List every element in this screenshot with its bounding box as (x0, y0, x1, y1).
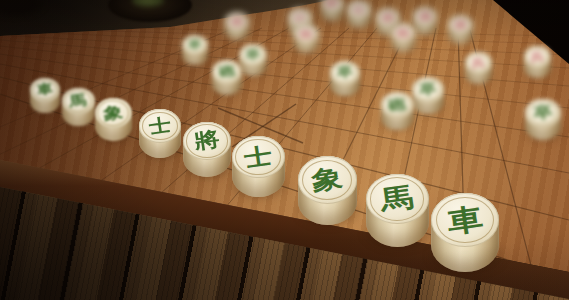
piece-green-soldier-3[interactable]: 卒 (330, 61, 360, 96)
red-character-glyph: 俥 (453, 19, 467, 31)
red-character-glyph: 相 (230, 16, 244, 28)
green-character-glyph: 卒 (336, 66, 353, 81)
piece-green-elephant-left[interactable]: 象 (95, 98, 132, 141)
green-character-glyph: 車 (36, 83, 53, 98)
piece-red-chariot-right[interactable]: 俥 (448, 15, 473, 44)
piece-green-horse-left[interactable]: 馬 (62, 88, 95, 126)
green-character-glyph: 士 (148, 116, 172, 137)
red-character-glyph: 炮 (299, 28, 313, 40)
green-character-glyph: 卒 (533, 104, 554, 122)
piece-green-general[interactable]: 將 (183, 122, 231, 178)
green-character-glyph: 將 (193, 129, 221, 153)
green-character-glyph: 馬 (379, 183, 415, 214)
green-character-glyph: 砲 (218, 65, 235, 80)
green-character-glyph: 砲 (388, 97, 407, 113)
piece-green-advisor-left[interactable]: 士 (139, 109, 181, 158)
green-character-glyph: 馬 (69, 93, 88, 109)
red-character-glyph: 傌 (418, 11, 432, 23)
green-character-glyph: 象 (102, 104, 123, 122)
piece-green-chariot-right[interactable]: 車 (431, 193, 499, 272)
piece-red-cannon-right[interactable]: 炮 (391, 23, 416, 52)
green-character-glyph: 卒 (245, 48, 261, 62)
piece-green-cannon-left[interactable]: 砲 (212, 60, 242, 95)
red-character-glyph: 炮 (396, 27, 410, 39)
piece-green-soldier-1[interactable]: 卒 (182, 35, 208, 65)
piece-red-soldier-b[interactable]: 兵 (524, 46, 551, 77)
piece-red-advisor-right[interactable]: 仕 (347, 0, 371, 28)
piece-red-cannon-left[interactable]: 炮 (294, 24, 319, 53)
piece-green-horse-right[interactable]: 馬 (366, 174, 429, 247)
green-character-glyph: 士 (243, 144, 273, 170)
piece-green-cannon-right[interactable]: 砲 (381, 92, 414, 130)
piece-red-elephant-left[interactable]: 相 (225, 12, 249, 40)
piece-green-soldier-5[interactable]: 卒 (525, 99, 561, 141)
red-character-glyph: 仕 (293, 12, 307, 24)
piece-red-general[interactable]: 帥 (321, 0, 344, 21)
piece-green-chariot-left[interactable]: 車 (30, 78, 60, 113)
green-character-glyph: 卒 (188, 39, 203, 52)
piece-red-soldier-a[interactable]: 兵 (465, 52, 492, 83)
piece-green-soldier-2[interactable]: 卒 (239, 44, 267, 76)
piece-green-elephant-right[interactable]: 象 (298, 156, 357, 224)
red-character-glyph: 仕 (352, 4, 366, 16)
red-character-glyph: 帥 (325, 0, 338, 10)
green-character-glyph: 卒 (419, 82, 437, 98)
red-character-glyph: 兵 (470, 56, 485, 69)
piece-red-horse-right[interactable]: 傌 (413, 7, 437, 35)
piece-green-advisor-right[interactable]: 士 (232, 136, 285, 197)
red-character-glyph: 兵 (529, 50, 544, 63)
green-character-glyph: 車 (445, 203, 484, 237)
green-character-glyph: 象 (310, 165, 344, 194)
pieces-layer: 車馬象士將士象馬車卒砲卒卒砲卒卒相仕炮帥仕相炮傌俥兵兵 (0, 0, 569, 300)
xiangqi-photo-scene: 車馬象士將士象馬車卒砲卒卒砲卒卒相仕炮帥仕相炮傌俥兵兵 (0, 0, 569, 300)
piece-green-soldier-4[interactable]: 卒 (412, 77, 444, 114)
